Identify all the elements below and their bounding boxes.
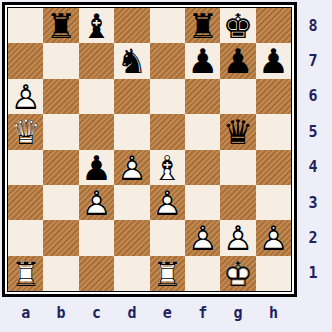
piece-body: ♛ (220, 114, 255, 149)
piece-black-pawn: ♟ (220, 43, 255, 78)
square-h8[interactable] (256, 8, 291, 43)
piece-fill: ♟ (79, 185, 114, 220)
piece-white-bishop: ♝♗ (150, 150, 185, 185)
rank-label-4: 4 (297, 150, 329, 185)
rank-label-6: 6 (297, 79, 329, 114)
rank-label-5: 5 (297, 114, 329, 149)
square-g5[interactable]: ♛ (220, 114, 255, 149)
file-label-d: d (114, 297, 149, 329)
piece-black-pawn: ♟ (185, 43, 220, 78)
square-c8[interactable]: ♝ (79, 8, 114, 43)
square-b5[interactable] (43, 114, 78, 149)
piece-body: ♚ (220, 8, 255, 43)
square-e5[interactable] (150, 114, 185, 149)
piece-outline: ♔ (220, 256, 255, 291)
piece-white-pawn: ♟♙ (256, 220, 291, 255)
square-b4[interactable] (43, 150, 78, 185)
square-e6[interactable] (150, 79, 185, 114)
file-label-c: c (79, 297, 114, 329)
piece-black-king: ♚ (220, 8, 255, 43)
square-a1[interactable]: ♜♖ (8, 256, 43, 291)
square-g1[interactable]: ♚♔ (220, 256, 255, 291)
piece-outline: ♕ (8, 114, 43, 149)
piece-fill: ♛ (8, 114, 43, 149)
square-d8[interactable] (114, 8, 149, 43)
square-f3[interactable] (185, 185, 220, 220)
piece-body: ♟ (220, 43, 255, 78)
piece-outline: ♙ (256, 220, 291, 255)
square-c3[interactable]: ♟♙ (79, 185, 114, 220)
piece-white-pawn: ♟♙ (220, 220, 255, 255)
piece-body: ♟ (256, 43, 291, 78)
piece-white-pawn: ♟♙ (8, 79, 43, 114)
square-a3[interactable] (8, 185, 43, 220)
chess-board: ♜♝♜♚♞♟♟♟♟♙♛♕♛♟♟♙♝♗♟♙♟♙♟♙♟♙♟♙♜♖♜♖♚♔ (7, 7, 292, 292)
piece-fill: ♚ (220, 256, 255, 291)
square-d2[interactable] (114, 220, 149, 255)
piece-white-pawn: ♟♙ (185, 220, 220, 255)
square-g3[interactable] (220, 185, 255, 220)
square-c4[interactable]: ♟ (79, 150, 114, 185)
piece-outline: ♙ (8, 79, 43, 114)
chess-diagram: ♜♝♜♚♞♟♟♟♟♙♛♕♛♟♟♙♝♗♟♙♟♙♟♙♟♙♟♙♜♖♜♖♚♔ 87654… (0, 0, 332, 332)
piece-outline: ♙ (114, 150, 149, 185)
file-label-a: a (8, 297, 43, 329)
square-f7[interactable]: ♟ (185, 43, 220, 78)
square-a6[interactable]: ♟♙ (8, 79, 43, 114)
piece-body: ♝ (79, 8, 114, 43)
piece-body: ♟ (79, 150, 114, 185)
square-b2[interactable] (43, 220, 78, 255)
square-g6[interactable] (220, 79, 255, 114)
file-label-e: e (150, 297, 185, 329)
square-f6[interactable] (185, 79, 220, 114)
piece-white-queen: ♛♕ (8, 114, 43, 149)
rank-label-8: 8 (297, 8, 329, 43)
square-c1[interactable] (79, 256, 114, 291)
piece-black-bishop: ♝ (79, 8, 114, 43)
square-d4[interactable]: ♟♙ (114, 150, 149, 185)
piece-white-rook: ♜♖ (8, 256, 43, 291)
piece-fill: ♟ (256, 220, 291, 255)
piece-fill: ♟ (185, 220, 220, 255)
piece-body: ♜ (43, 8, 78, 43)
piece-outline: ♖ (8, 256, 43, 291)
square-f4[interactable] (185, 150, 220, 185)
piece-white-pawn: ♟♙ (79, 185, 114, 220)
square-d6[interactable] (114, 79, 149, 114)
piece-fill: ♜ (150, 256, 185, 291)
piece-outline: ♖ (150, 256, 185, 291)
piece-black-rook: ♜ (43, 8, 78, 43)
rank-label-1: 1 (297, 256, 329, 291)
square-a2[interactable] (8, 220, 43, 255)
piece-black-rook: ♜ (185, 8, 220, 43)
piece-fill: ♟ (150, 185, 185, 220)
piece-black-queen: ♛ (220, 114, 255, 149)
piece-outline: ♙ (220, 220, 255, 255)
piece-body: ♜ (185, 8, 220, 43)
file-labels: abcdefgh (8, 297, 291, 329)
square-f8[interactable]: ♜ (185, 8, 220, 43)
square-g2[interactable]: ♟♙ (220, 220, 255, 255)
square-c5[interactable] (79, 114, 114, 149)
piece-outline: ♙ (79, 185, 114, 220)
piece-outline: ♙ (185, 220, 220, 255)
square-a8[interactable] (8, 8, 43, 43)
square-e3[interactable]: ♟♙ (150, 185, 185, 220)
square-g7[interactable]: ♟ (220, 43, 255, 78)
piece-fill: ♟ (8, 79, 43, 114)
file-label-b: b (43, 297, 78, 329)
rank-labels: 87654321 (297, 8, 329, 291)
piece-white-pawn: ♟♙ (114, 150, 149, 185)
file-label-f: f (185, 297, 220, 329)
square-h1[interactable] (256, 256, 291, 291)
square-a7[interactable] (8, 43, 43, 78)
square-d5[interactable] (114, 114, 149, 149)
piece-black-pawn: ♟ (256, 43, 291, 78)
square-h5[interactable] (256, 114, 291, 149)
square-h2[interactable]: ♟♙ (256, 220, 291, 255)
piece-fill: ♜ (8, 256, 43, 291)
square-f1[interactable] (185, 256, 220, 291)
square-h6[interactable] (256, 79, 291, 114)
rank-label-3: 3 (297, 185, 329, 220)
square-h7[interactable]: ♟ (256, 43, 291, 78)
piece-white-king: ♚♔ (220, 256, 255, 291)
piece-white-pawn: ♟♙ (150, 185, 185, 220)
piece-white-rook: ♜♖ (150, 256, 185, 291)
piece-fill: ♟ (220, 220, 255, 255)
piece-fill: ♝ (150, 150, 185, 185)
square-d7[interactable]: ♞ (114, 43, 149, 78)
square-e8[interactable] (150, 8, 185, 43)
file-label-h: h (256, 297, 291, 329)
square-b1[interactable] (43, 256, 78, 291)
piece-black-pawn: ♟ (79, 150, 114, 185)
piece-body: ♞ (114, 43, 149, 78)
square-b6[interactable] (43, 79, 78, 114)
square-h4[interactable] (256, 150, 291, 185)
square-c6[interactable] (79, 79, 114, 114)
file-label-g: g (220, 297, 255, 329)
piece-black-knight: ♞ (114, 43, 149, 78)
square-h3[interactable] (256, 185, 291, 220)
square-b7[interactable] (43, 43, 78, 78)
square-c2[interactable] (79, 220, 114, 255)
square-d3[interactable] (114, 185, 149, 220)
piece-outline: ♗ (150, 150, 185, 185)
square-f5[interactable] (185, 114, 220, 149)
piece-outline: ♙ (150, 185, 185, 220)
square-g8[interactable]: ♚ (220, 8, 255, 43)
square-a4[interactable] (8, 150, 43, 185)
piece-fill: ♟ (114, 150, 149, 185)
board-frame: ♜♝♜♚♞♟♟♟♟♙♛♕♛♟♟♙♝♗♟♙♟♙♟♙♟♙♟♙♜♖♜♖♚♔ (2, 2, 297, 297)
square-e2[interactable] (150, 220, 185, 255)
square-e4[interactable]: ♝♗ (150, 150, 185, 185)
square-b3[interactable] (43, 185, 78, 220)
square-e1[interactable]: ♜♖ (150, 256, 185, 291)
square-b8[interactable]: ♜ (43, 8, 78, 43)
square-g4[interactable] (220, 150, 255, 185)
square-e7[interactable] (150, 43, 185, 78)
piece-body: ♟ (185, 43, 220, 78)
rank-label-7: 7 (297, 43, 329, 78)
square-f2[interactable]: ♟♙ (185, 220, 220, 255)
square-d1[interactable] (114, 256, 149, 291)
square-c7[interactable] (79, 43, 114, 78)
rank-label-2: 2 (297, 220, 329, 255)
square-a5[interactable]: ♛♕ (8, 114, 43, 149)
